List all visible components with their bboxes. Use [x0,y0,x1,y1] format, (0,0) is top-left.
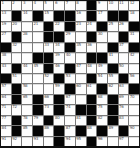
grid-cell[interactable]: 83 [119,116,129,125]
grid-cell[interactable]: 56 [129,74,139,83]
black-cell [87,116,97,125]
grid-cell[interactable]: 93 [33,137,43,146]
clue-number: 11 [119,1,124,6]
clue-number: 59 [55,84,60,89]
grid-cell[interactable]: 75 [97,105,107,114]
grid-cell[interactable]: 91 [1,137,11,146]
grid-cell[interactable] [76,32,86,41]
clue-number: 12 [130,1,135,6]
black-cell [44,64,54,73]
grid-cell[interactable]: 23 [76,22,86,31]
grid-cell[interactable]: 42 [129,53,139,62]
clue-number: 6 [55,1,57,6]
grid-cell[interactable]: 43 [1,64,11,73]
black-cell [87,95,97,104]
clue-number: 25 [108,22,113,27]
grid-cell[interactable]: 50 [119,64,129,73]
grid-cell[interactable]: 53 [65,74,75,83]
clue-number: 69 [119,95,124,100]
grid-cell[interactable] [119,53,129,62]
black-cell [87,74,97,83]
clue-number: 24 [87,22,92,27]
grid-cell[interactable]: 44 [22,64,32,73]
grid-cell[interactable]: 80 [54,116,64,125]
grid-cell[interactable] [22,53,32,62]
grid-cell[interactable]: 8 [76,1,86,10]
clue-number: 79 [34,116,39,121]
clue-number: 27 [2,32,7,37]
clue-number: 87 [66,126,71,131]
black-cell [44,22,54,31]
clue-number: 75 [98,105,103,110]
black-cell [129,84,139,93]
black-cell [12,95,22,104]
grid-cell[interactable]: 21 [33,22,43,31]
grid-cell[interactable]: 4 [33,1,43,10]
grid-cell[interactable]: 70 [129,95,139,104]
clue-number: 46 [55,64,60,69]
clue-number: 8 [76,1,78,6]
clue-number: 51 [12,74,17,79]
grid-cell[interactable] [12,53,22,62]
grid-cell[interactable] [22,22,32,31]
black-cell [54,32,64,41]
black-cell [1,43,11,52]
grid-cell[interactable]: 61 [87,84,97,93]
clue-number: 56 [130,74,135,79]
grid-cell[interactable] [129,64,139,73]
clue-number: 9 [98,1,100,6]
grid-cell[interactable]: 96 [97,137,107,146]
grid-cell[interactable]: 88 [87,126,97,135]
black-cell [12,11,22,20]
grid-cell[interactable]: 94 [65,137,75,146]
clue-number: 42 [130,53,135,58]
grid-cell[interactable]: 33 [44,43,54,52]
clue-number: 5 [44,1,46,6]
clue-number: 37 [119,43,124,48]
black-cell [33,53,43,62]
grid-cell[interactable] [129,137,139,146]
grid-cell[interactable]: 52 [44,74,54,83]
grid-cell[interactable]: 55 [108,74,118,83]
clue-number: 71 [2,105,7,110]
grid-cell[interactable]: 62 [108,84,118,93]
black-cell [65,64,75,73]
clue-number: 64 [2,95,7,100]
grid-cell[interactable]: 72 [12,105,22,114]
grid-cell[interactable]: 46 [54,64,64,73]
clue-number: 32 [12,43,17,48]
clue-number: 54 [98,74,103,79]
clue-number: 3 [23,1,25,6]
clue-number: 52 [44,74,49,79]
black-cell [119,32,129,41]
grid-cell[interactable]: 5 [44,1,54,10]
grid-cell[interactable]: 86 [44,126,54,135]
clue-number: 17 [98,11,103,16]
grid-cell[interactable] [108,32,118,41]
clue-number: 92 [12,137,17,142]
black-cell [76,105,86,114]
clue-number: 22 [55,22,60,27]
grid-cell[interactable]: 27 [1,32,11,41]
black-cell [108,95,118,104]
clue-number: 28 [23,32,28,37]
clue-number: 21 [34,22,39,27]
black-cell [65,84,75,93]
black-cell [129,43,139,52]
grid-cell[interactable]: 92 [12,137,22,146]
black-cell [108,43,118,52]
grid-cell[interactable]: 67 [65,95,75,104]
clue-number: 81 [76,116,81,121]
grid-cell[interactable]: 18 [129,11,139,20]
grid-cell[interactable]: 28 [22,32,32,41]
grid-cell[interactable]: 69 [119,95,129,104]
black-cell [33,126,43,135]
clue-number: 14 [23,11,28,16]
grid-cell[interactable]: 39 [54,53,64,62]
grid-cell[interactable]: 48 [87,64,97,73]
grid-cell[interactable]: 19 [1,22,11,31]
clue-number: 85 [23,126,28,131]
black-cell [12,126,22,135]
clue-number: 62 [108,84,113,89]
black-cell [44,53,54,62]
clue-number: 91 [2,137,7,142]
grid-cell[interactable]: 26 [119,22,129,31]
clue-number: 7 [66,1,68,6]
black-cell [129,22,139,31]
clue-number: 1 [2,1,4,6]
grid-cell[interactable]: 40 [65,53,75,62]
grid-cell[interactable]: 59 [54,84,64,93]
grid-cell[interactable]: 17 [97,11,107,20]
black-cell [87,53,97,62]
clue-number: 74 [66,105,71,110]
clue-number: 30 [98,32,103,37]
clue-number: 41 [108,53,113,58]
clue-number: 15 [44,11,49,16]
grid-cell[interactable]: 47 [76,64,86,73]
black-cell [87,32,97,41]
black-cell [54,74,64,83]
black-cell [119,11,129,20]
grid-cell[interactable]: 31 [129,32,139,41]
clue-number: 70 [130,95,135,100]
grid-cell[interactable]: 81 [76,116,86,125]
grid-cell[interactable] [22,74,32,83]
grid-cell[interactable]: 82 [97,116,107,125]
grid-cell[interactable]: 9 [97,1,107,10]
clue-number: 55 [108,74,113,79]
clue-number: 78 [23,116,28,121]
clue-number: 47 [76,64,81,69]
clue-number: 50 [119,64,124,69]
black-cell [65,22,75,31]
clue-number: 94 [66,137,71,142]
grid-cell[interactable]: 36 [87,43,97,52]
clue-number: 10 [108,1,113,6]
black-cell [12,64,22,73]
black-cell [33,11,43,20]
grid-cell[interactable] [76,53,86,62]
crossword-grid: 1234567891011121314151617181920212223242… [1,1,139,146]
black-cell [1,74,11,83]
grid-cell[interactable] [22,43,32,52]
grid-cell[interactable]: 66 [44,95,54,104]
clue-number: 49 [98,64,103,69]
black-cell [54,137,64,146]
black-cell [87,1,97,10]
grid-cell[interactable]: 95 [76,137,86,146]
clue-number: 90 [130,126,135,131]
black-cell [54,11,64,20]
clue-number: 43 [2,64,7,69]
clue-number: 13 [2,11,7,16]
clue-number: 26 [119,22,124,27]
grid-cell[interactable]: 38 [1,53,11,62]
grid-cell[interactable]: 51 [12,74,22,83]
black-cell [87,11,97,20]
grid-cell[interactable]: 74 [65,105,75,114]
black-cell [97,126,107,135]
grid-cell[interactable] [22,105,32,114]
grid-cell[interactable]: 65 [22,95,32,104]
crossword-frame: 1234567891011121314151617181920212223242… [0,0,140,148]
grid-cell[interactable] [65,116,75,125]
grid-cell[interactable]: 97 [119,137,129,146]
clue-number: 73 [44,105,49,110]
black-cell [97,22,107,31]
grid-cell[interactable]: 60 [76,84,86,93]
grid-cell[interactable]: 64 [1,95,11,104]
black-cell [33,95,43,104]
grid-cell[interactable]: 90 [129,126,139,135]
grid-cell[interactable] [76,74,86,83]
clue-number: 77 [2,116,7,121]
clue-number: 31 [130,32,135,37]
grid-cell[interactable]: 13 [1,11,11,20]
black-cell [12,32,22,41]
black-cell [97,53,107,62]
black-cell [87,105,97,114]
clue-number: 16 [76,11,81,16]
clue-number: 38 [2,53,7,58]
grid-cell[interactable]: 78 [22,116,32,125]
grid-cell[interactable]: 30 [97,32,107,41]
grid-cell[interactable] [76,95,86,104]
clue-number: 40 [66,53,71,58]
grid-cell[interactable]: 7 [65,1,75,10]
clue-number: 19 [2,22,7,27]
grid-cell[interactable]: 73 [44,105,54,114]
grid-cell[interactable]: 41 [108,53,118,62]
grid-cell[interactable]: 1 [1,1,11,10]
grid-cell[interactable] [33,32,43,41]
black-cell [54,95,64,104]
grid-cell[interactable]: 49 [97,64,107,73]
grid-cell[interactable]: 45 [33,64,43,73]
black-cell [76,126,86,135]
grid-cell[interactable]: 12 [129,1,139,10]
clue-number: 45 [34,64,39,69]
black-cell [44,116,54,125]
grid-cell[interactable] [22,137,32,146]
grid-cell[interactable]: 6 [54,1,64,10]
clue-number: 4 [34,1,36,6]
grid-cell[interactable]: 22 [54,22,64,31]
clue-number: 80 [55,116,60,121]
black-cell [65,11,75,20]
clue-number: 23 [76,22,81,27]
black-cell [108,105,118,114]
grid-cell[interactable] [33,84,43,93]
clue-number: 66 [44,95,49,100]
grid-cell[interactable]: 3 [22,1,32,10]
clue-number: 68 [98,95,103,100]
grid-cell[interactable] [97,43,107,52]
grid-cell[interactable]: 10 [108,1,118,10]
grid-cell[interactable]: 71 [1,105,11,114]
clue-number: 67 [66,95,71,100]
clue-number: 58 [23,84,28,89]
grid-cell[interactable] [44,137,54,146]
black-cell [12,116,22,125]
clue-number: 61 [87,84,92,89]
clue-number: 72 [12,105,17,110]
black-cell [108,64,118,73]
clue-number: 39 [55,53,60,58]
grid-cell[interactable] [129,105,139,114]
clue-number: 18 [130,11,135,16]
clue-number: 84 [2,126,7,131]
clue-number: 89 [108,126,113,131]
clue-number: 93 [34,137,39,142]
grid-cell[interactable] [33,43,43,52]
clue-number: 82 [98,116,103,121]
grid-cell[interactable]: 87 [65,126,75,135]
clue-number: 96 [98,137,103,142]
clue-number: 57 [2,84,7,89]
clue-number: 36 [87,43,92,48]
black-cell [119,126,129,135]
grid-cell[interactable]: 35 [76,43,86,52]
clue-number: 53 [66,74,71,79]
clue-number: 97 [119,137,124,142]
grid-cell[interactable]: 16 [76,11,86,20]
clue-number: 65 [23,95,28,100]
black-cell [33,105,43,114]
grid-cell[interactable]: 29 [65,32,75,41]
grid-cell[interactable]: 54 [97,74,107,83]
clue-number: 63 [119,84,124,89]
grid-cell[interactable]: 11 [119,1,129,10]
black-cell [65,43,75,52]
clue-number: 35 [76,43,81,48]
grid-cell[interactable]: 14 [22,11,32,20]
grid-cell[interactable]: 84 [1,126,11,135]
clue-number: 20 [12,22,17,27]
black-cell [54,105,64,114]
grid-cell[interactable] [44,84,54,93]
clue-number: 29 [66,32,71,37]
clue-number: 2 [12,1,14,6]
black-cell [44,32,54,41]
black-cell [97,84,107,93]
grid-cell[interactable]: 63 [119,84,129,93]
black-cell [12,84,22,93]
clue-number: 34 [55,43,60,48]
grid-cell[interactable]: 76 [119,105,129,114]
black-cell [119,74,129,83]
clue-number: 88 [87,126,92,131]
grid-cell[interactable]: 24 [87,22,97,31]
grid-cell[interactable] [108,137,118,146]
grid-cell[interactable]: 77 [1,116,11,125]
grid-cell[interactable]: 37 [119,43,129,52]
grid-cell[interactable]: 57 [1,84,11,93]
grid-cell[interactable]: 58 [22,84,32,93]
clue-number: 44 [23,64,28,69]
grid-cell[interactable]: 2 [12,1,22,10]
clue-number: 33 [44,43,49,48]
grid-cell[interactable]: 79 [33,116,43,125]
grid-cell[interactable]: 85 [22,126,32,135]
grid-cell[interactable]: 89 [108,126,118,135]
grid-cell[interactable] [129,116,139,125]
black-cell [108,116,118,125]
clue-number: 95 [76,137,81,142]
black-cell [108,11,118,20]
clue-number: 86 [44,126,49,131]
black-cell [87,137,97,146]
grid-cell[interactable]: 68 [97,95,107,104]
grid-cell[interactable] [33,74,43,83]
black-cell [54,126,64,135]
clue-number: 76 [119,105,124,110]
grid-cell[interactable]: 34 [54,43,64,52]
clue-number: 48 [87,64,92,69]
grid-cell[interactable]: 20 [12,22,22,31]
grid-cell[interactable]: 25 [108,22,118,31]
clue-number: 83 [119,116,124,121]
grid-cell[interactable]: 32 [12,43,22,52]
clue-number: 60 [76,84,81,89]
grid-cell[interactable]: 15 [44,11,54,20]
